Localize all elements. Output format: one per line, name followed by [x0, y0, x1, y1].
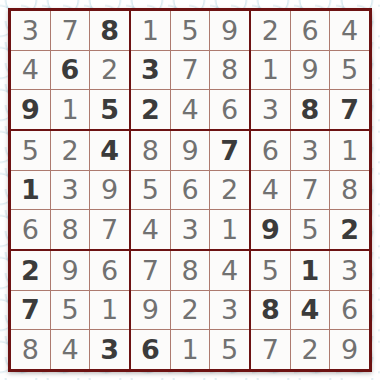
- cell-r8c8[interactable]: 4: [291, 291, 330, 330]
- box-1-2: 159378246: [131, 11, 249, 129]
- cell-r6c1[interactable]: 6: [11, 210, 50, 249]
- cell-r2c9[interactable]: 5: [330, 51, 369, 90]
- cell-r5c2[interactable]: 3: [51, 171, 90, 210]
- cell-r1c2[interactable]: 7: [51, 11, 90, 50]
- cell-r7c2[interactable]: 9: [51, 251, 90, 290]
- cell-r1c5[interactable]: 5: [171, 11, 210, 50]
- cell-r9c4[interactable]: 6: [131, 330, 170, 369]
- cell-r2c4[interactable]: 3: [131, 51, 170, 90]
- cell-r3c1[interactable]: 9: [11, 90, 50, 129]
- cell-r8c9[interactable]: 6: [330, 291, 369, 330]
- box-2-2: 897562431: [131, 131, 249, 249]
- cell-r9c3[interactable]: 3: [90, 330, 129, 369]
- cell-r1c4[interactable]: 1: [131, 11, 170, 50]
- cell-r5c7[interactable]: 4: [251, 171, 290, 210]
- box-3-1: 296751843: [11, 251, 129, 369]
- cell-r3c5[interactable]: 4: [171, 90, 210, 129]
- box-3-3: 513846729: [251, 251, 369, 369]
- cell-r9c8[interactable]: 2: [291, 330, 330, 369]
- cell-r3c3[interactable]: 5: [90, 90, 129, 129]
- cell-r7c7[interactable]: 5: [251, 251, 290, 290]
- cell-r5c3[interactable]: 9: [90, 171, 129, 210]
- cell-r2c3[interactable]: 2: [90, 51, 129, 90]
- sudoku-board: 3784629151593782462641953875241396878975…: [8, 8, 372, 372]
- cell-r1c7[interactable]: 2: [251, 11, 290, 50]
- cell-r2c8[interactable]: 9: [291, 51, 330, 90]
- cell-r4c9[interactable]: 1: [330, 131, 369, 170]
- page: { "game": "sudoku", "board_size": "9x9",…: [0, 0, 380, 380]
- cell-r6c2[interactable]: 8: [51, 210, 90, 249]
- cell-r3c2[interactable]: 1: [51, 90, 90, 129]
- cell-r3c9[interactable]: 7: [330, 90, 369, 129]
- cell-r5c5[interactable]: 6: [171, 171, 210, 210]
- cell-r1c1[interactable]: 3: [11, 11, 50, 50]
- box-2-1: 524139687: [11, 131, 129, 249]
- cell-r5c6[interactable]: 2: [210, 171, 249, 210]
- cell-r9c7[interactable]: 7: [251, 330, 290, 369]
- cell-r9c6[interactable]: 5: [210, 330, 249, 369]
- cell-r5c1[interactable]: 1: [11, 171, 50, 210]
- cell-r8c7[interactable]: 8: [251, 291, 290, 330]
- cell-r4c8[interactable]: 3: [291, 131, 330, 170]
- cell-r5c9[interactable]: 8: [330, 171, 369, 210]
- cell-r2c6[interactable]: 8: [210, 51, 249, 90]
- cell-r6c7[interactable]: 9: [251, 210, 290, 249]
- box-3-2: 784923615: [131, 251, 249, 369]
- cell-r4c4[interactable]: 8: [131, 131, 170, 170]
- cell-r6c5[interactable]: 3: [171, 210, 210, 249]
- cell-r7c1[interactable]: 2: [11, 251, 50, 290]
- cell-r2c2[interactable]: 6: [51, 51, 90, 90]
- box-1-3: 264195387: [251, 11, 369, 129]
- cell-r4c2[interactable]: 2: [51, 131, 90, 170]
- box-2-3: 631478952: [251, 131, 369, 249]
- cell-r6c4[interactable]: 4: [131, 210, 170, 249]
- cell-r4c5[interactable]: 9: [171, 131, 210, 170]
- cell-r6c9[interactable]: 2: [330, 210, 369, 249]
- cell-r9c2[interactable]: 4: [51, 330, 90, 369]
- cell-r6c8[interactable]: 5: [291, 210, 330, 249]
- cell-r4c6[interactable]: 7: [210, 131, 249, 170]
- cell-r5c8[interactable]: 7: [291, 171, 330, 210]
- cell-r7c8[interactable]: 1: [291, 251, 330, 290]
- cell-r8c4[interactable]: 9: [131, 291, 170, 330]
- cell-r1c8[interactable]: 6: [291, 11, 330, 50]
- cell-r8c3[interactable]: 1: [90, 291, 129, 330]
- cell-r2c7[interactable]: 1: [251, 51, 290, 90]
- cell-r7c5[interactable]: 8: [171, 251, 210, 290]
- cell-r4c7[interactable]: 6: [251, 131, 290, 170]
- cell-r1c9[interactable]: 4: [330, 11, 369, 50]
- cell-r6c6[interactable]: 1: [210, 210, 249, 249]
- cell-r9c1[interactable]: 8: [11, 330, 50, 369]
- cell-r8c1[interactable]: 7: [11, 291, 50, 330]
- cell-r8c6[interactable]: 3: [210, 291, 249, 330]
- cell-r5c4[interactable]: 5: [131, 171, 170, 210]
- cell-r1c3[interactable]: 8: [90, 11, 129, 50]
- cell-r3c4[interactable]: 2: [131, 90, 170, 129]
- cell-r1c6[interactable]: 9: [210, 11, 249, 50]
- cell-r7c3[interactable]: 6: [90, 251, 129, 290]
- cell-r2c5[interactable]: 7: [171, 51, 210, 90]
- cell-r7c9[interactable]: 3: [330, 251, 369, 290]
- cell-r7c6[interactable]: 4: [210, 251, 249, 290]
- cell-r6c3[interactable]: 7: [90, 210, 129, 249]
- cell-r3c8[interactable]: 8: [291, 90, 330, 129]
- cell-r9c5[interactable]: 1: [171, 330, 210, 369]
- cell-r9c9[interactable]: 9: [330, 330, 369, 369]
- cell-r8c5[interactable]: 2: [171, 291, 210, 330]
- cell-r3c7[interactable]: 3: [251, 90, 290, 129]
- cell-r8c2[interactable]: 5: [51, 291, 90, 330]
- box-1-1: 378462915: [11, 11, 129, 129]
- cell-r3c6[interactable]: 6: [210, 90, 249, 129]
- cell-r4c1[interactable]: 5: [11, 131, 50, 170]
- cell-r2c1[interactable]: 4: [11, 51, 50, 90]
- cell-r4c3[interactable]: 4: [90, 131, 129, 170]
- cell-r7c4[interactable]: 7: [131, 251, 170, 290]
